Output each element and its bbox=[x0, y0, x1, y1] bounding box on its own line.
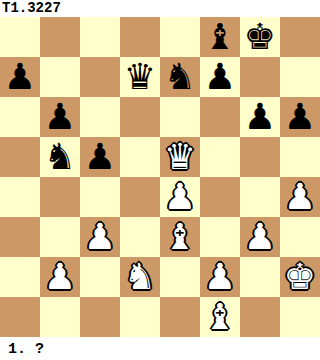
square-h6[interactable]: ♟ bbox=[280, 97, 320, 137]
square-f4[interactable] bbox=[200, 177, 240, 217]
black-pawn-b6: ♟ bbox=[44, 97, 76, 137]
square-a2[interactable] bbox=[0, 257, 40, 297]
square-d1[interactable] bbox=[120, 297, 160, 337]
square-a8[interactable] bbox=[0, 17, 40, 57]
square-b2[interactable]: ♟ bbox=[40, 257, 80, 297]
square-c8[interactable] bbox=[80, 17, 120, 57]
square-c7[interactable] bbox=[80, 57, 120, 97]
white-knight-d2: ♞ bbox=[124, 257, 156, 297]
square-f5[interactable] bbox=[200, 137, 240, 177]
square-b1[interactable] bbox=[40, 297, 80, 337]
black-knight-b5: ♞ bbox=[44, 137, 76, 177]
square-e4[interactable]: ♟ bbox=[160, 177, 200, 217]
black-pawn-a7: ♟ bbox=[4, 57, 36, 97]
white-pawn-g3: ♟ bbox=[244, 217, 276, 257]
square-g1[interactable] bbox=[240, 297, 280, 337]
square-d4[interactable] bbox=[120, 177, 160, 217]
square-h2[interactable]: ♚ bbox=[280, 257, 320, 297]
square-a1[interactable] bbox=[0, 297, 40, 337]
square-c5[interactable]: ♟ bbox=[80, 137, 120, 177]
white-pawn-h4: ♟ bbox=[284, 177, 316, 217]
square-b6[interactable]: ♟ bbox=[40, 97, 80, 137]
square-a4[interactable] bbox=[0, 177, 40, 217]
square-e6[interactable] bbox=[160, 97, 200, 137]
move-prompt: 1. ? bbox=[0, 337, 320, 360]
square-e5[interactable]: ♛ bbox=[160, 137, 200, 177]
square-e7[interactable]: ♞ bbox=[160, 57, 200, 97]
square-g6[interactable]: ♟ bbox=[240, 97, 280, 137]
square-d2[interactable]: ♞ bbox=[120, 257, 160, 297]
black-king-g8: ♚ bbox=[244, 17, 276, 57]
square-h8[interactable] bbox=[280, 17, 320, 57]
square-b5[interactable]: ♞ bbox=[40, 137, 80, 177]
chess-board: ♝♚♟♛♞♟♟♟♟♞♟♛♟♟♟♝♟♟♞♟♚♝ bbox=[0, 17, 320, 337]
square-a6[interactable] bbox=[0, 97, 40, 137]
white-bishop-e3: ♝ bbox=[164, 217, 196, 257]
square-d6[interactable] bbox=[120, 97, 160, 137]
square-f6[interactable] bbox=[200, 97, 240, 137]
square-c3[interactable]: ♟ bbox=[80, 217, 120, 257]
square-h7[interactable] bbox=[280, 57, 320, 97]
square-f3[interactable] bbox=[200, 217, 240, 257]
square-f2[interactable]: ♟ bbox=[200, 257, 240, 297]
square-g5[interactable] bbox=[240, 137, 280, 177]
white-pawn-e4: ♟ bbox=[164, 177, 196, 217]
square-d8[interactable] bbox=[120, 17, 160, 57]
square-b7[interactable] bbox=[40, 57, 80, 97]
square-c4[interactable] bbox=[80, 177, 120, 217]
square-c2[interactable] bbox=[80, 257, 120, 297]
square-a3[interactable] bbox=[0, 217, 40, 257]
square-h1[interactable] bbox=[280, 297, 320, 337]
white-pawn-f2: ♟ bbox=[204, 257, 236, 297]
square-e1[interactable] bbox=[160, 297, 200, 337]
square-h5[interactable] bbox=[280, 137, 320, 177]
square-d7[interactable]: ♛ bbox=[120, 57, 160, 97]
square-h4[interactable]: ♟ bbox=[280, 177, 320, 217]
square-e3[interactable]: ♝ bbox=[160, 217, 200, 257]
square-g3[interactable]: ♟ bbox=[240, 217, 280, 257]
square-b3[interactable] bbox=[40, 217, 80, 257]
square-b4[interactable] bbox=[40, 177, 80, 217]
square-f8[interactable]: ♝ bbox=[200, 17, 240, 57]
square-f1[interactable]: ♝ bbox=[200, 297, 240, 337]
square-b8[interactable] bbox=[40, 17, 80, 57]
square-e8[interactable] bbox=[160, 17, 200, 57]
black-bishop-f8: ♝ bbox=[204, 17, 236, 57]
black-knight-e7: ♞ bbox=[164, 57, 196, 97]
square-e2[interactable] bbox=[160, 257, 200, 297]
square-g8[interactable]: ♚ bbox=[240, 17, 280, 57]
white-queen-e5: ♛ bbox=[164, 137, 196, 177]
square-g2[interactable] bbox=[240, 257, 280, 297]
square-g4[interactable] bbox=[240, 177, 280, 217]
black-pawn-h6: ♟ bbox=[284, 97, 316, 137]
square-d5[interactable] bbox=[120, 137, 160, 177]
puzzle-id-title: T1.3227 bbox=[0, 0, 320, 17]
white-pawn-c3: ♟ bbox=[84, 217, 116, 257]
white-bishop-f1: ♝ bbox=[204, 297, 236, 337]
square-d3[interactable] bbox=[120, 217, 160, 257]
square-f7[interactable]: ♟ bbox=[200, 57, 240, 97]
black-pawn-g6: ♟ bbox=[244, 97, 276, 137]
square-c6[interactable] bbox=[80, 97, 120, 137]
square-h3[interactable] bbox=[280, 217, 320, 257]
square-c1[interactable] bbox=[80, 297, 120, 337]
square-g7[interactable] bbox=[240, 57, 280, 97]
black-pawn-f7: ♟ bbox=[204, 57, 236, 97]
chess-puzzle-window: T1.3227 ♝♚♟♛♞♟♟♟♟♞♟♛♟♟♟♝♟♟♞♟♚♝ 1. ? bbox=[0, 0, 320, 360]
square-a7[interactable]: ♟ bbox=[0, 57, 40, 97]
black-pawn-c5: ♟ bbox=[84, 137, 116, 177]
square-a5[interactable] bbox=[0, 137, 40, 177]
black-queen-d7: ♛ bbox=[124, 57, 156, 97]
white-pawn-b2: ♟ bbox=[44, 257, 76, 297]
white-king-h2: ♚ bbox=[284, 257, 316, 297]
